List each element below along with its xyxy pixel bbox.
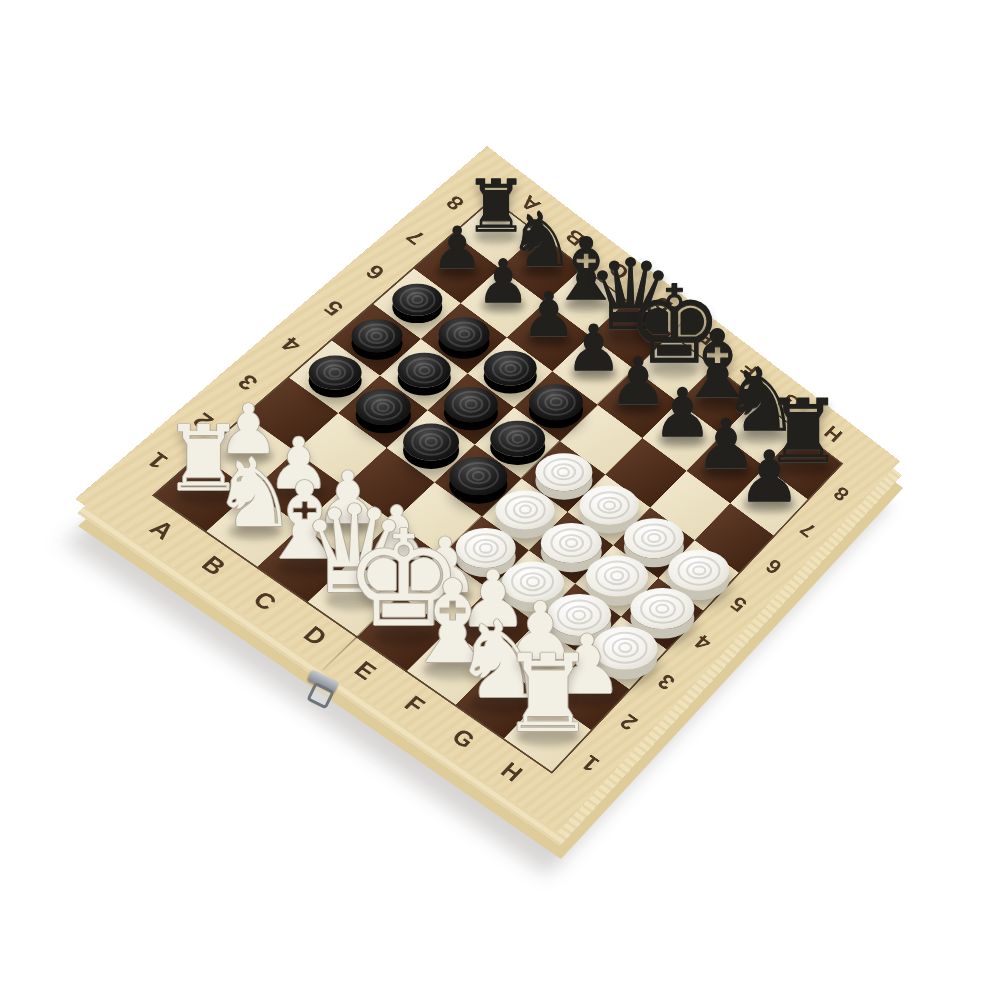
checker-ring-icon xyxy=(329,368,341,378)
piece-white-rook-h1[interactable]: ♜ xyxy=(500,643,596,745)
checker-ring-icon xyxy=(465,400,478,410)
checker-ring-icon xyxy=(479,543,493,553)
checker-black-b6[interactable] xyxy=(439,317,490,351)
checker-ring-icon xyxy=(504,363,516,373)
checker-black-b5[interactable] xyxy=(398,353,451,388)
checker-black-c5[interactable] xyxy=(444,387,498,423)
checker-black-a5[interactable] xyxy=(351,319,402,353)
checker-ring-icon xyxy=(412,295,424,304)
checker-white-f5[interactable] xyxy=(580,486,639,525)
checker-ring-icon xyxy=(550,397,563,407)
checker-white-h4[interactable] xyxy=(631,588,694,630)
checker-white-e4[interactable] xyxy=(496,490,555,529)
checker-black-d4[interactable] xyxy=(450,457,507,495)
checker-ring-icon xyxy=(418,366,430,376)
checker-ring-icon xyxy=(647,533,661,543)
checker-black-a4[interactable] xyxy=(309,355,362,390)
checker-black-b4[interactable] xyxy=(356,390,410,426)
checker-ring-icon xyxy=(692,565,706,576)
checker-ring-icon xyxy=(425,437,438,447)
checker-white-f4[interactable] xyxy=(541,523,601,563)
checker-ring-icon xyxy=(565,538,579,548)
checker-white-e5[interactable] xyxy=(535,453,592,491)
checker-black-c4[interactable] xyxy=(403,423,459,460)
checker-black-d6[interactable] xyxy=(529,384,583,420)
checker-white-h5[interactable] xyxy=(668,550,730,591)
checker-black-d5[interactable] xyxy=(490,420,546,457)
checker-ring-icon xyxy=(610,571,624,582)
checker-ring-icon xyxy=(655,603,669,614)
checker-white-g5[interactable] xyxy=(624,518,684,558)
checker-ring-icon xyxy=(511,434,524,444)
checker-black-a6[interactable] xyxy=(393,284,442,317)
checker-ring-icon xyxy=(377,403,390,413)
product-photo-stage: { "game": { "name": "chess-and-checkers-… xyxy=(0,0,1000,1000)
pieces-layer: ♜♞♟♝♟♛♟♚♟♝♟♞♟♟♜♟♟♜♟♟♞♟♝♟♛♟♚♟♝♟♞♜ xyxy=(0,0,1000,1000)
checker-white-g4[interactable] xyxy=(586,556,648,597)
piece-black-pawn-h7[interactable]: ♟ xyxy=(737,443,801,510)
checker-black-c6[interactable] xyxy=(484,351,536,386)
